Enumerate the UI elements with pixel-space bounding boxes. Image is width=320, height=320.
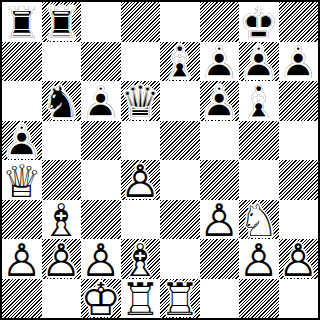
white-knight-icon: ♞ [239,198,279,243]
square-e8[interactable] [160,2,200,42]
piece-white-knight[interactable]: ♞♘ [239,200,279,240]
square-c3[interactable] [81,200,121,240]
square-d4[interactable]: ♟♙ [121,160,161,200]
piece-black-knight[interactable]: ♞♘ [42,81,82,121]
piece-black-rook[interactable]: ♜♖ [2,2,42,42]
white-pawn-outline-icon: ♙ [2,237,42,282]
white-bishop-outline-icon: ♗ [120,237,160,282]
square-g5[interactable] [239,121,279,161]
white-pawn-icon: ♟ [41,237,81,282]
square-f4[interactable] [200,160,240,200]
white-bishop-outline-icon: ♗ [41,198,81,243]
square-a7[interactable] [2,42,42,82]
black-rook-icon: ♜ [41,0,81,45]
black-pawn-outline-icon: ♙ [199,40,239,85]
white-queen-outline-icon: ♕ [2,158,42,203]
square-c2[interactable]: ♟♙ [81,239,121,279]
piece-black-pawn[interactable]: ♟♙ [2,121,42,161]
square-h4[interactable] [279,160,319,200]
square-h1[interactable] [279,279,319,319]
black-queen-outline-icon: ♕ [120,79,160,124]
white-pawn-outline-icon: ♙ [120,158,160,203]
black-king-outline-icon: ♔ [239,0,279,45]
white-pawn-icon: ♟ [239,237,279,282]
white-queen-icon: ♛ [2,158,42,203]
piece-white-bishop[interactable]: ♝♗ [42,200,82,240]
white-bishop-icon: ♝ [120,237,160,282]
piece-black-bishop[interactable]: ♝♗ [239,81,279,121]
square-b2[interactable]: ♟♙ [42,239,82,279]
piece-white-pawn[interactable]: ♟♙ [121,160,161,200]
black-pawn-icon: ♟ [199,40,239,85]
square-f8[interactable] [200,2,240,42]
piece-white-queen[interactable]: ♛♕ [2,160,42,200]
piece-white-pawn[interactable]: ♟♙ [2,239,42,279]
white-pawn-icon: ♟ [199,198,239,243]
black-pawn-icon: ♟ [278,40,318,85]
white-rook-icon: ♜ [160,277,200,320]
square-g2[interactable]: ♟♙ [239,239,279,279]
square-b4[interactable] [42,160,82,200]
black-pawn-outline-icon: ♙ [239,40,279,85]
white-pawn-outline-icon: ♙ [41,237,81,282]
piece-white-rook[interactable]: ♜♖ [121,279,161,319]
black-bishop-outline-icon: ♗ [160,40,200,85]
white-rook-icon: ♜ [120,277,160,320]
white-pawn-outline-icon: ♙ [278,237,318,282]
black-rook-outline-icon: ♖ [41,0,81,45]
square-g7[interactable]: ♟♙ [239,42,279,82]
white-rook-outline-icon: ♖ [160,277,200,320]
white-pawn-icon: ♟ [278,237,318,282]
square-h5[interactable] [279,121,319,161]
square-a3[interactable] [2,200,42,240]
black-rook-icon: ♜ [2,0,42,45]
square-c8[interactable] [81,2,121,42]
square-a6[interactable] [2,81,42,121]
square-g6[interactable]: ♝♗ [239,81,279,121]
black-pawn-icon: ♟ [199,79,239,124]
square-a8[interactable]: ♜♖ [2,2,42,42]
square-h6[interactable] [279,81,319,121]
white-pawn-outline-icon: ♙ [199,198,239,243]
piece-white-bishop[interactable]: ♝♗ [121,239,161,279]
black-pawn-outline-icon: ♙ [81,79,121,124]
black-pawn-outline-icon: ♙ [2,119,42,164]
square-d7[interactable] [121,42,161,82]
square-f5[interactable] [200,121,240,161]
white-pawn-icon: ♟ [81,237,121,282]
square-f1[interactable] [200,279,240,319]
black-king-icon: ♚ [239,0,279,45]
black-knight-icon: ♞ [41,79,81,124]
piece-black-pawn[interactable]: ♟♙ [200,81,240,121]
square-d6[interactable]: ♛♕ [121,81,161,121]
piece-black-pawn[interactable]: ♟♙ [81,81,121,121]
square-b8[interactable]: ♜♖ [42,2,82,42]
piece-white-king[interactable]: ♚♔ [81,279,121,319]
black-rook-outline-icon: ♖ [2,0,42,45]
square-e2[interactable] [160,239,200,279]
square-h8[interactable] [279,2,319,42]
square-b1[interactable] [42,279,82,319]
piece-black-queen[interactable]: ♛♕ [121,81,161,121]
square-f7[interactable]: ♟♙ [200,42,240,82]
square-b7[interactable] [42,42,82,82]
square-a4[interactable]: ♛♕ [2,160,42,200]
square-e7[interactable]: ♝♗ [160,42,200,82]
square-e3[interactable] [160,200,200,240]
piece-white-pawn[interactable]: ♟♙ [279,239,319,279]
square-f6[interactable]: ♟♙ [200,81,240,121]
white-knight-outline-icon: ♘ [239,198,279,243]
square-d2[interactable]: ♝♗ [121,239,161,279]
white-rook-outline-icon: ♖ [120,277,160,320]
black-bishop-outline-icon: ♗ [239,79,279,124]
black-pawn-icon: ♟ [81,79,121,124]
piece-black-bishop[interactable]: ♝♗ [160,42,200,82]
black-pawn-outline-icon: ♙ [199,79,239,124]
square-f2[interactable] [200,239,240,279]
black-bishop-icon: ♝ [160,40,200,85]
square-e6[interactable] [160,81,200,121]
black-bishop-icon: ♝ [239,79,279,124]
piece-black-pawn[interactable]: ♟♙ [239,42,279,82]
square-f3[interactable]: ♟♙ [200,200,240,240]
square-d3[interactable] [121,200,161,240]
square-d5[interactable] [121,121,161,161]
white-pawn-outline-icon: ♙ [239,237,279,282]
square-d8[interactable] [121,2,161,42]
square-b3[interactable]: ♝♗ [42,200,82,240]
square-a2[interactable]: ♟♙ [2,239,42,279]
piece-white-pawn[interactable]: ♟♙ [200,200,240,240]
piece-black-king[interactable]: ♚♔ [239,2,279,42]
piece-white-pawn[interactable]: ♟♙ [239,239,279,279]
black-pawn-icon: ♟ [2,119,42,164]
black-pawn-outline-icon: ♙ [278,40,318,85]
square-a5[interactable]: ♟♙ [2,121,42,161]
white-king-outline-icon: ♔ [81,277,121,320]
square-c7[interactable] [81,42,121,82]
square-g3[interactable]: ♞♘ [239,200,279,240]
square-c4[interactable] [81,160,121,200]
chess-board: ♜♖♜♖♚♔♝♗♟♙♟♙♟♙♞♘♟♙♛♕♟♙♝♗♟♙♛♕♟♙♝♗♟♙♞♘♟♙♟♙… [0,0,320,320]
piece-white-rook[interactable]: ♜♖ [160,279,200,319]
square-g8[interactable]: ♚♔ [239,2,279,42]
piece-white-pawn[interactable]: ♟♙ [81,239,121,279]
square-c6[interactable]: ♟♙ [81,81,121,121]
black-knight-outline-icon: ♘ [41,79,81,124]
square-a1[interactable] [2,279,42,319]
square-d1[interactable]: ♜♖ [121,279,161,319]
square-b5[interactable] [42,121,82,161]
white-bishop-icon: ♝ [41,198,81,243]
white-pawn-outline-icon: ♙ [81,237,121,282]
square-e5[interactable] [160,121,200,161]
square-c1[interactable]: ♚♔ [81,279,121,319]
black-pawn-icon: ♟ [239,40,279,85]
square-h7[interactable]: ♟♙ [279,42,319,82]
square-e1[interactable]: ♜♖ [160,279,200,319]
white-king-icon: ♚ [81,277,121,320]
square-c5[interactable] [81,121,121,161]
square-g1[interactable] [239,279,279,319]
square-g4[interactable] [239,160,279,200]
square-h2[interactable]: ♟♙ [279,239,319,279]
square-e4[interactable] [160,160,200,200]
white-pawn-icon: ♟ [2,237,42,282]
square-h3[interactable] [279,200,319,240]
piece-black-pawn[interactable]: ♟♙ [200,42,240,82]
square-b6[interactable]: ♞♘ [42,81,82,121]
black-queen-icon: ♛ [120,79,160,124]
white-pawn-icon: ♟ [120,158,160,203]
piece-black-rook[interactable]: ♜♖ [42,2,82,42]
piece-black-pawn[interactable]: ♟♙ [279,42,319,82]
piece-white-pawn[interactable]: ♟♙ [42,239,82,279]
